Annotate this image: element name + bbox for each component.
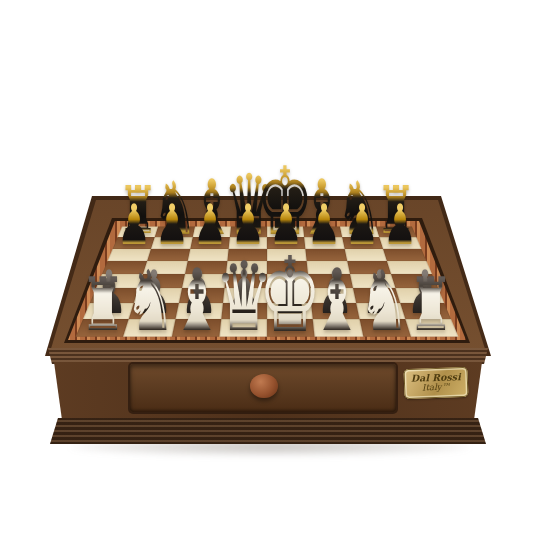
product-photo: ♜♞♝♛♚♝♞♜♟♟♟♟♟♟♟♟♟♟♟♟♟♟♟♟♜♞♝♛♚♝♞♜ Dal Ros… [0,0,533,533]
piece-white-knight[interactable]: ♞ [359,259,410,343]
piece-black-pawn[interactable]: ♟ [117,197,151,253]
piece-black-pawn[interactable]: ♟ [345,197,379,253]
piece-white-rook[interactable]: ♜ [80,267,125,341]
piece-black-pawn[interactable]: ♟ [383,197,417,253]
piece-white-knight[interactable]: ♞ [124,259,175,343]
drawer-knob[interactable] [250,374,278,398]
piece-white-rook[interactable]: ♜ [409,267,454,341]
piece-white-bishop[interactable]: ♝ [311,257,363,343]
piece-black-pawn[interactable]: ♟ [155,197,189,253]
pieces-layer: ♜♞♝♛♚♝♞♜♟♟♟♟♟♟♟♟♟♟♟♟♟♟♟♟♜♞♝♛♚♝♞♜ [0,0,533,533]
brand-plaque: Dal Rossi Italy™ [403,367,468,399]
